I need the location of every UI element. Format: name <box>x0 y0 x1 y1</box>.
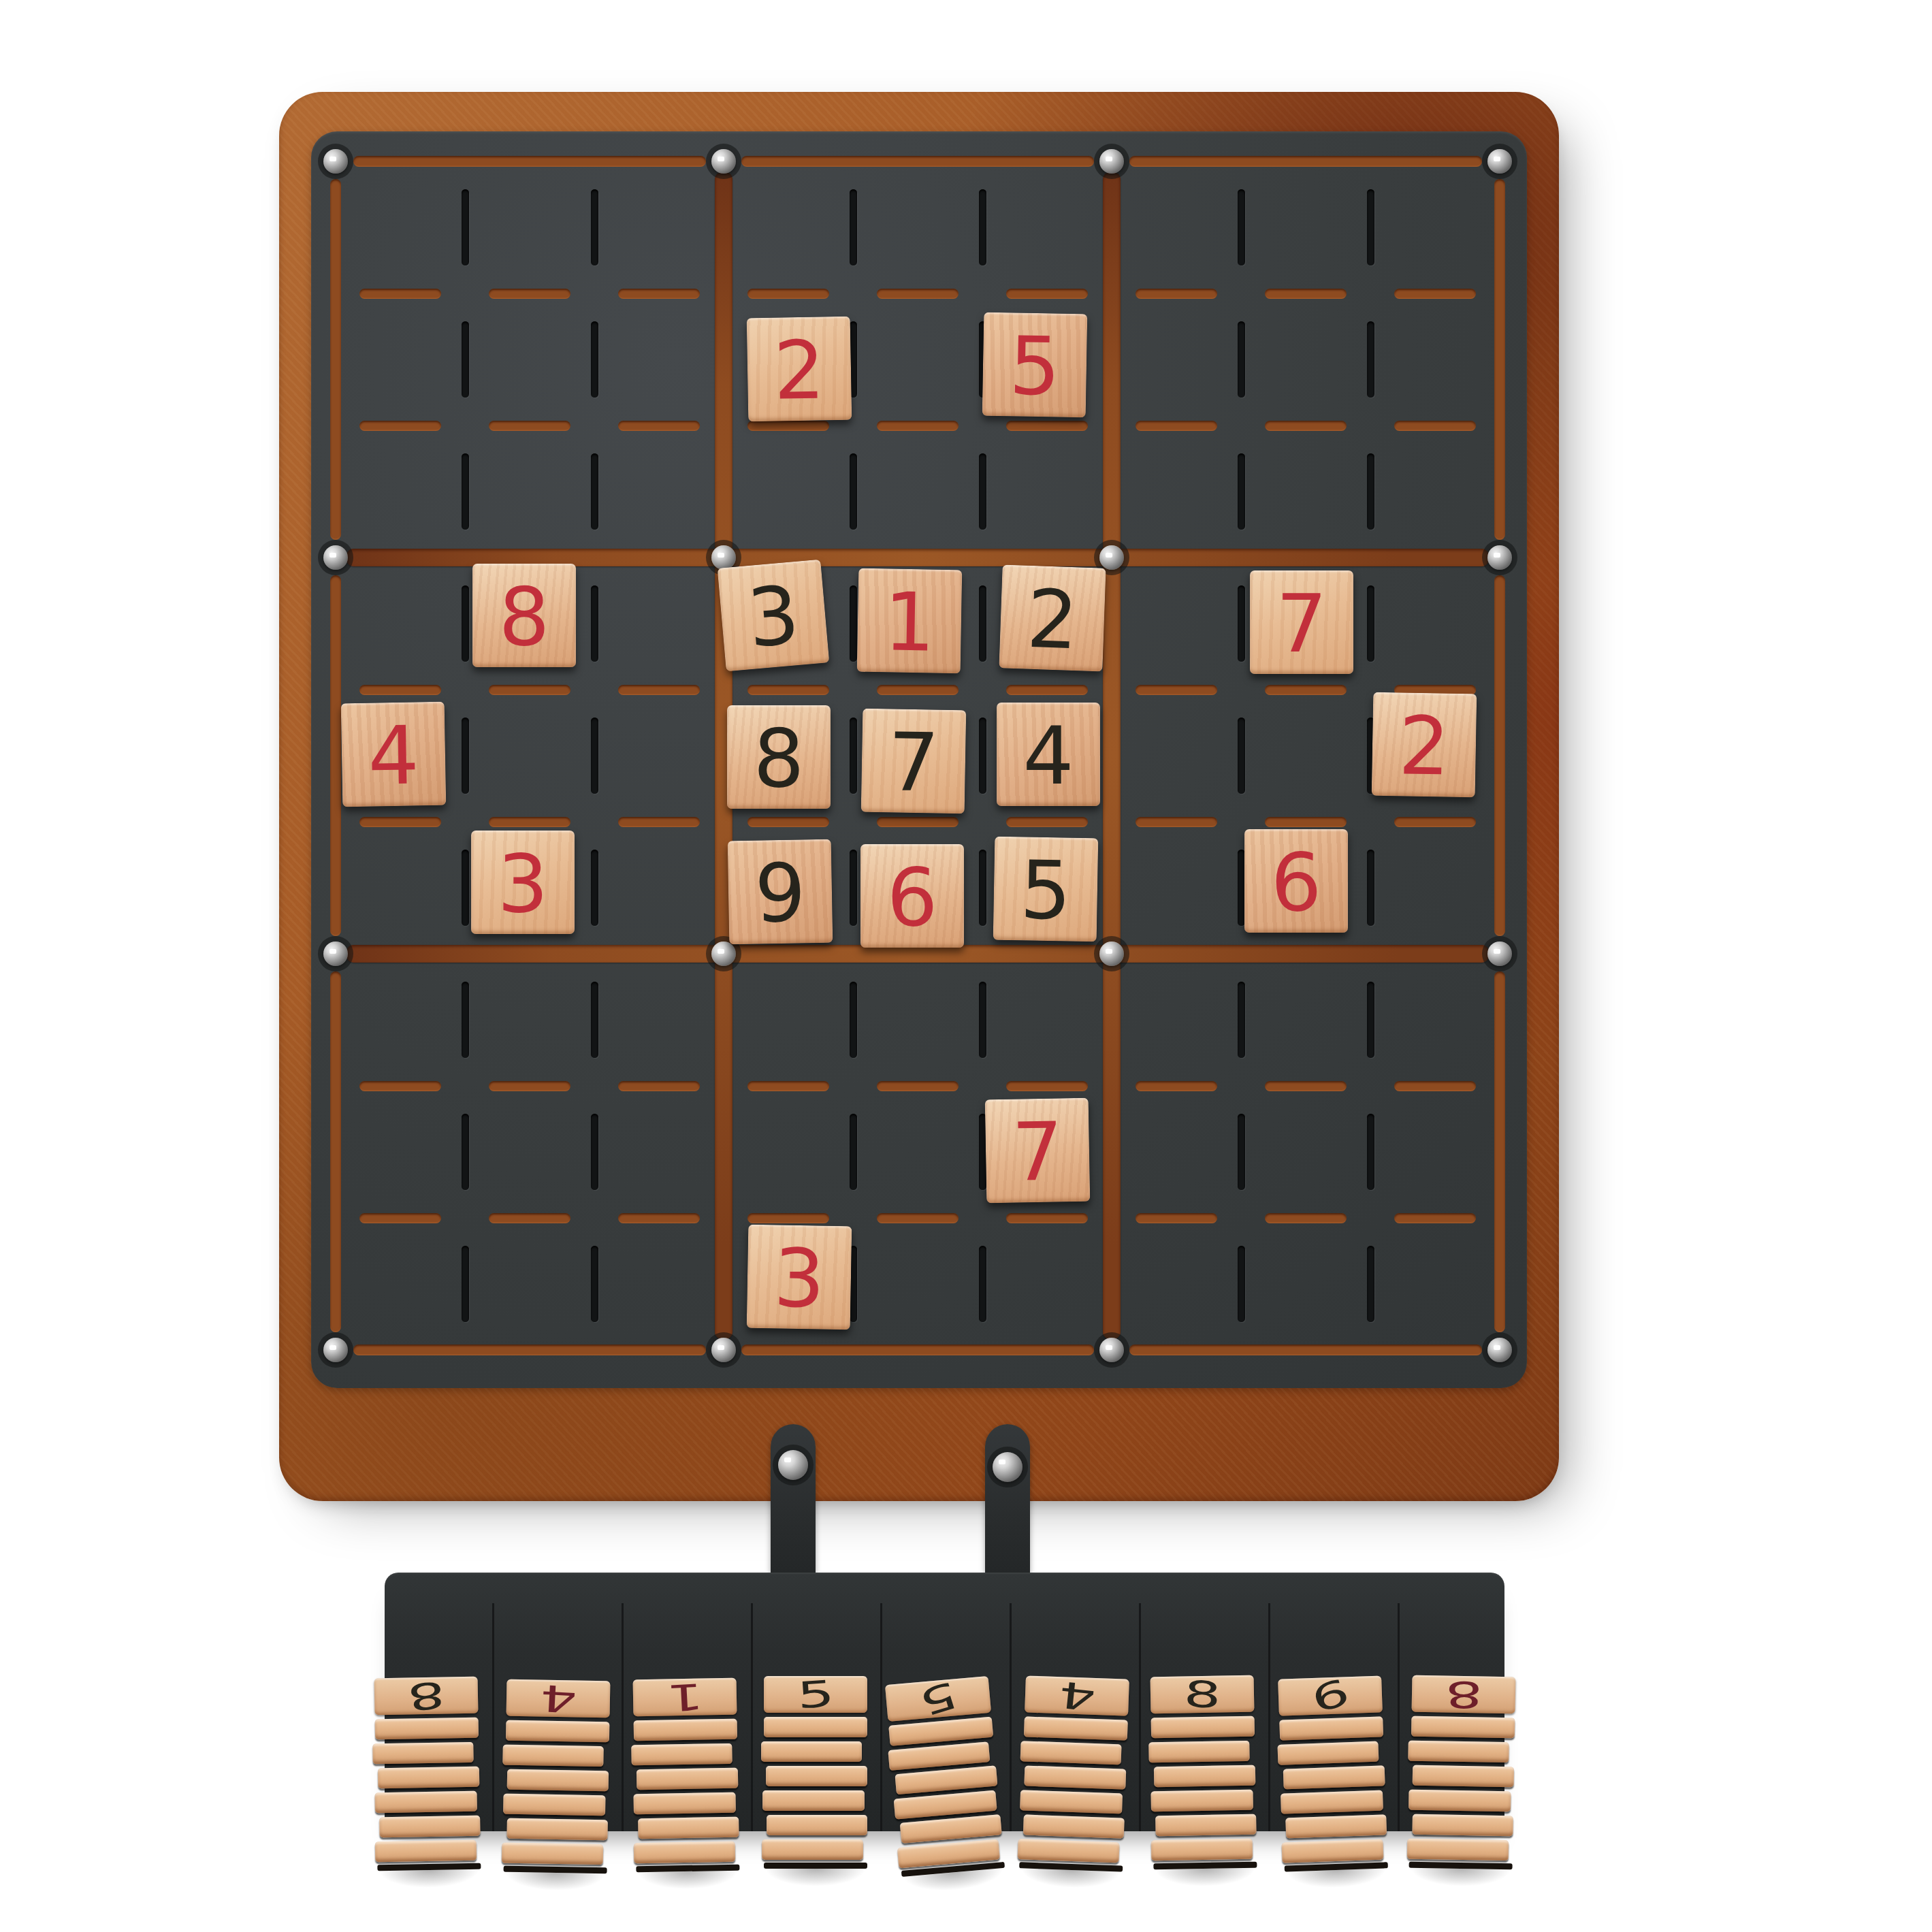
cell-r1c4[interactable] <box>724 161 853 293</box>
cell-r3c6[interactable] <box>982 425 1112 558</box>
tile-r6c4[interactable]: 9 <box>728 839 833 945</box>
tray-stack-tile-edge <box>379 1816 481 1838</box>
tray-stack-digit: 5 <box>915 1676 961 1722</box>
cell-r5c3[interactable] <box>594 690 724 822</box>
cell-r7c2[interactable] <box>465 954 594 1086</box>
cell-r3c1[interactable] <box>336 425 465 558</box>
tray-stack-tile-edge <box>1148 1741 1250 1763</box>
tray-stack-tile-edge <box>1281 1839 1383 1863</box>
tray-stack-tile-edge <box>1413 1765 1515 1788</box>
cell-r1c5[interactable] <box>853 161 982 293</box>
tile-r2c4[interactable]: 2 <box>747 317 852 422</box>
tray-divider <box>1268 1603 1270 1831</box>
tile-digit: 6 <box>886 857 937 937</box>
tray-stack-1[interactable]: 8 <box>374 1677 481 1871</box>
tile-digit: 4 <box>367 715 419 796</box>
tray-stack-top-tile: 8 <box>374 1677 479 1716</box>
tile-digit: 3 <box>497 843 548 924</box>
tile-digit: 7 <box>887 722 939 803</box>
cell-r7c4[interactable] <box>724 954 853 1086</box>
tray-stack-top-tile: 6 <box>1278 1675 1383 1716</box>
tray-stack-4[interactable]: 5 <box>764 1676 867 1869</box>
tray-stack-digit: 8 <box>406 1675 447 1716</box>
cell-r1c7[interactable] <box>1112 161 1241 293</box>
hanger-tab-left <box>771 1424 816 1573</box>
tray-stack-tile-edge <box>767 1815 867 1835</box>
tray-stack-2[interactable]: 4 <box>504 1679 611 1874</box>
cell-r1c6[interactable] <box>982 161 1112 293</box>
cell-r2c5[interactable] <box>853 293 982 425</box>
tray-stack-tile-edge <box>634 1841 736 1864</box>
cell-r2c8[interactable] <box>1241 293 1370 425</box>
tray-stack-tile-edge <box>1020 1790 1123 1814</box>
tray-stack-tile-edge <box>637 1768 739 1790</box>
tray-stack-tile-edge <box>1285 1814 1387 1838</box>
tray-stack-6[interactable]: 4 <box>1019 1675 1129 1871</box>
tray-stack-base <box>764 1863 867 1869</box>
tile-r4c2[interactable]: 8 <box>472 564 576 667</box>
tray-stack-tile-edge <box>761 1741 862 1762</box>
tray-stack-tile-edge <box>1020 1741 1122 1765</box>
cell-r9c3[interactable] <box>594 1218 724 1350</box>
tray-stack-base <box>1153 1862 1257 1870</box>
tile-digit: 2 <box>773 329 825 410</box>
tray-stack-digit: 8 <box>1445 1676 1483 1713</box>
tile-digit: 8 <box>753 718 804 799</box>
tile-r4c6[interactable]: 2 <box>999 564 1106 671</box>
cell-r5c8[interactable] <box>1241 690 1370 822</box>
cell-r3c2[interactable] <box>465 425 594 558</box>
cell-r9c7[interactable] <box>1112 1218 1241 1350</box>
cell-r2c9[interactable] <box>1370 293 1500 425</box>
tray-stack-tile-edge <box>1151 1716 1255 1739</box>
cell-r8c2[interactable] <box>465 1086 594 1218</box>
cell-r1c1[interactable] <box>336 161 465 293</box>
tray-stack-7[interactable]: 8 <box>1150 1675 1257 1870</box>
tray-stack-tile-edge <box>764 1717 867 1737</box>
tray-stack-tile-edge <box>502 1843 604 1865</box>
tile-r5c1[interactable]: 4 <box>341 702 447 807</box>
tray-stack-tile-edge <box>1024 1716 1128 1740</box>
cell-r1c9[interactable] <box>1370 161 1500 293</box>
cell-r8c8[interactable] <box>1241 1086 1370 1218</box>
tray-stack-tile-edge <box>1407 1839 1509 1861</box>
tile-r6c6[interactable]: 5 <box>993 837 1099 942</box>
tile-digit: 8 <box>498 577 549 657</box>
cell-r7c1[interactable] <box>336 954 465 1086</box>
tile-digit: 4 <box>1023 715 1074 796</box>
cell-r1c2[interactable] <box>465 161 594 293</box>
tray-stack-digit: 6 <box>1307 1673 1353 1718</box>
cell-r1c3[interactable] <box>594 161 724 293</box>
tray-stack-tile-edge <box>766 1766 867 1786</box>
tray-divider <box>1010 1603 1012 1831</box>
tray-stack-tile-edge <box>1411 1716 1515 1739</box>
tray-stack-tile-edge <box>375 1840 477 1863</box>
tile-r5c6[interactable]: 4 <box>997 703 1100 806</box>
cell-r8c7[interactable] <box>1112 1086 1241 1218</box>
tray-stack-tile-edge <box>762 1839 863 1860</box>
cell-r3c3[interactable] <box>594 425 724 558</box>
tile-r8c6[interactable]: 7 <box>985 1098 1091 1204</box>
tray-stack-tile-edge <box>633 1792 736 1815</box>
cell-r5c2[interactable] <box>465 690 594 822</box>
tray-stack-tile-edge <box>372 1742 474 1765</box>
tray-stack-tile-edge <box>894 1790 997 1820</box>
tile-r5c9[interactable]: 2 <box>1372 692 1477 798</box>
tray-stack-tile-edge <box>378 1767 480 1789</box>
hanger-tab-right <box>985 1424 1030 1573</box>
cell-r2c7[interactable] <box>1112 293 1241 425</box>
tray-stack-5[interactable]: 5 <box>885 1676 1005 1877</box>
tray-stack-tile-edge <box>762 1790 865 1811</box>
tray-stack-tile-edge <box>507 1769 609 1792</box>
tray-stack-top-tile: 8 <box>1412 1675 1516 1714</box>
cell-r4c7[interactable] <box>1112 558 1241 690</box>
tray-stack-tile-edge <box>1150 1790 1253 1812</box>
tile-r6c2[interactable]: 3 <box>471 831 575 934</box>
tray-stack-top-tile: 4 <box>506 1679 611 1718</box>
tray-stack-digit: 4 <box>538 1679 577 1718</box>
tray-stack-base <box>1409 1862 1513 1870</box>
tray-stack-tile-edge <box>634 1719 738 1741</box>
tray-divider <box>751 1603 753 1831</box>
cell-r7c5[interactable] <box>853 954 982 1086</box>
tray-stack-8[interactable]: 6 <box>1278 1675 1388 1871</box>
tray-stack-top-tile: 4 <box>1025 1675 1129 1716</box>
cell-r3c7[interactable] <box>1112 425 1241 558</box>
cell-r2c2[interactable] <box>465 293 594 425</box>
tray-stack-tile-edge <box>1277 1741 1379 1765</box>
screw-icon <box>778 1450 808 1480</box>
cell-r4c3[interactable] <box>594 558 724 690</box>
tile-digit: 7 <box>1011 1111 1063 1192</box>
cell-r9c2[interactable] <box>465 1218 594 1350</box>
tile-digit: 9 <box>754 852 806 933</box>
tray-stack-tile-edge <box>1281 1790 1383 1814</box>
tray-stack-base <box>1285 1862 1388 1871</box>
tray-stack-tile-edge <box>1408 1741 1509 1763</box>
tile-digit: 2 <box>1025 579 1079 661</box>
tile-digit: 2 <box>1398 705 1450 786</box>
tray-stack-top-tile: 8 <box>1150 1675 1255 1714</box>
tile-r4c8[interactable]: 7 <box>1250 570 1353 674</box>
tray-stack-tile-edge <box>888 1717 993 1746</box>
tray-divider <box>1139 1603 1141 1831</box>
tray-divider <box>622 1603 624 1831</box>
cell-r7c6[interactable] <box>982 954 1112 1086</box>
cell-r9c1[interactable] <box>336 1218 465 1350</box>
cell-r4c9[interactable] <box>1370 558 1500 690</box>
cell-r9c9[interactable] <box>1370 1218 1500 1350</box>
tile-digit: 5 <box>1008 325 1061 406</box>
cell-r3c4[interactable] <box>724 425 853 558</box>
cell-r8c3[interactable] <box>594 1086 724 1218</box>
cell-r7c3[interactable] <box>594 954 724 1086</box>
cell-r8c1[interactable] <box>336 1086 465 1218</box>
tray-stack-tile-edge <box>1023 1814 1125 1838</box>
tray-stack-top-tile: 1 <box>633 1678 737 1717</box>
tray-stack-tile-edge <box>638 1817 739 1839</box>
tray-stack-tile-edge <box>502 1745 604 1767</box>
tray-stack-tile-edge <box>503 1794 606 1816</box>
tray-stack-digit: 1 <box>665 1678 704 1716</box>
cell-r4c1[interactable] <box>336 558 465 690</box>
tray-stack-tile-edge <box>506 1720 610 1743</box>
cell-r1c8[interactable] <box>1241 161 1370 293</box>
tray-stack-tile-edge <box>631 1743 732 1766</box>
tray-stack-tile-edge <box>1283 1765 1385 1789</box>
tray-stack-tile-edge <box>1155 1814 1257 1837</box>
tray-stack-digit: 4 <box>1057 1676 1097 1716</box>
cell-r9c8[interactable] <box>1241 1218 1370 1350</box>
cell-r5c7[interactable] <box>1112 690 1241 822</box>
tray-stack-tile-edge <box>374 1791 477 1814</box>
cell-r9c5[interactable] <box>853 1218 982 1350</box>
tray-stack-tile-edge <box>1412 1814 1513 1837</box>
tray-stack-9[interactable]: 8 <box>1409 1675 1516 1870</box>
tray-stack-base <box>636 1865 739 1873</box>
cell-r3c8[interactable] <box>1241 425 1370 558</box>
tray-stack-base <box>1019 1862 1123 1871</box>
tile-r6c5[interactable]: 6 <box>860 844 964 948</box>
tile-digit: 5 <box>1019 850 1072 931</box>
cell-r7c9[interactable] <box>1370 954 1500 1086</box>
tray-divider <box>880 1603 882 1831</box>
tray-stack-3[interactable]: 1 <box>633 1678 740 1873</box>
tile-digit: 7 <box>1276 583 1327 664</box>
tile-digit: 6 <box>1270 842 1321 922</box>
tray-stack-tile-edge <box>1154 1765 1256 1788</box>
tray-stack-tile-edge <box>888 1741 990 1771</box>
screw-icon <box>993 1452 1023 1482</box>
tray-stack-tile-edge <box>506 1818 608 1841</box>
tray-stack-tile-edge <box>1279 1716 1383 1740</box>
cell-r8c4[interactable] <box>724 1086 853 1218</box>
cell-r3c9[interactable] <box>1370 425 1500 558</box>
tile-digit: 3 <box>773 1238 825 1319</box>
scene: 2583127487423965673 841554868 <box>0 0 1932 1932</box>
cell-r2c1[interactable] <box>336 293 465 425</box>
tray-stack-tile-edge <box>1408 1790 1511 1812</box>
tray-stack-digit: 5 <box>796 1675 835 1713</box>
tray-stack-tile-edge <box>895 1765 997 1794</box>
tile-r2c6[interactable]: 5 <box>982 312 1088 418</box>
tile-r9c4[interactable]: 3 <box>747 1225 852 1330</box>
cell-r3c5[interactable] <box>853 425 982 558</box>
cell-r8c9[interactable] <box>1370 1086 1500 1218</box>
cell-r6c9[interactable] <box>1370 822 1500 954</box>
cell-r6c3[interactable] <box>594 822 724 954</box>
tile-r5c5[interactable]: 7 <box>861 709 967 814</box>
cell-r7c7[interactable] <box>1112 954 1241 1086</box>
tile-r4c4[interactable]: 3 <box>718 560 830 672</box>
tile-r4c5[interactable]: 1 <box>857 568 963 674</box>
tray-stack-tile-edge <box>375 1718 479 1740</box>
cell-r6c7[interactable] <box>1112 822 1241 954</box>
tile-r5c4[interactable]: 8 <box>727 705 831 809</box>
cell-r8c5[interactable] <box>853 1086 982 1218</box>
tray-stack-tile-edge <box>1018 1839 1120 1863</box>
cell-r2c3[interactable] <box>594 293 724 425</box>
cell-r7c8[interactable] <box>1241 954 1370 1086</box>
tray-stack-tile-edge <box>1024 1765 1126 1789</box>
tile-r6c8[interactable]: 6 <box>1244 829 1348 933</box>
tray-divider <box>492 1603 494 1831</box>
tile-digit: 1 <box>883 581 935 662</box>
tray-divider <box>1398 1603 1400 1831</box>
tray-stack-digit: 8 <box>1182 1675 1221 1713</box>
tray-stack-base <box>377 1863 481 1871</box>
tray-stack-tile-edge <box>1151 1839 1253 1861</box>
tile-digit: 3 <box>745 575 803 659</box>
tray-stack-base <box>504 1866 607 1874</box>
cell-r6c1[interactable] <box>336 822 465 954</box>
cell-r9c6[interactable] <box>982 1218 1112 1350</box>
tray-stack-top-tile: 5 <box>764 1676 867 1713</box>
tray-stack-tile-edge <box>900 1814 1002 1844</box>
